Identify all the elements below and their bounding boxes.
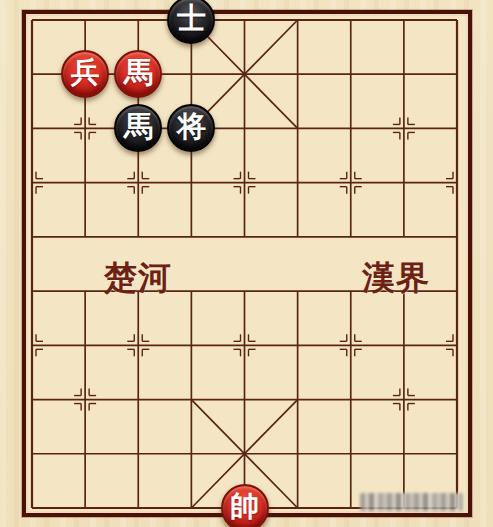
xiangqi-screenshot: 楚河 漢界 士兵馬馬将帥 xyxy=(0,0,493,527)
black-general[interactable]: 将 xyxy=(167,104,215,152)
black-horse-glyph: 馬 xyxy=(124,107,153,147)
red-general-glyph: 帥 xyxy=(230,487,259,527)
red-horse[interactable]: 馬 xyxy=(114,50,162,98)
black-advisor[interactable]: 士 xyxy=(167,0,215,44)
red-soldier-glyph: 兵 xyxy=(71,53,100,93)
black-advisor-glyph: 士 xyxy=(177,0,206,39)
red-horse-glyph: 馬 xyxy=(124,53,153,93)
red-general[interactable]: 帥 xyxy=(221,484,269,527)
watermark-blur xyxy=(360,493,463,511)
red-soldier[interactable]: 兵 xyxy=(61,50,109,98)
black-general-glyph: 将 xyxy=(177,107,206,147)
board-intersections: 士兵馬馬将帥 xyxy=(5,0,483,527)
black-horse[interactable]: 馬 xyxy=(114,104,162,152)
